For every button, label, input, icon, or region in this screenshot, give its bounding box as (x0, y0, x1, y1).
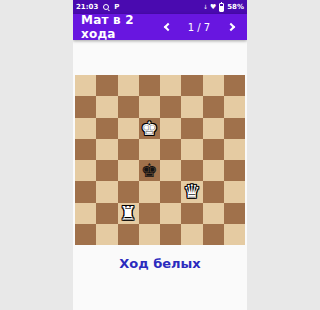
square-f6[interactable] (181, 118, 202, 139)
square-g3[interactable] (203, 181, 224, 202)
square-f5[interactable] (181, 139, 202, 160)
square-a7[interactable] (75, 96, 96, 117)
heart-icon: ♥ (210, 3, 216, 11)
app-screen: 21:03 Р ↓ ♥ 58% Мат в 2 хода 1 / 7 ♚♚♛♜ … (73, 0, 247, 310)
square-h7[interactable] (224, 96, 245, 117)
square-c5[interactable] (118, 139, 139, 160)
page-title: Мат в 2 хода (81, 13, 159, 41)
ruble-notification-icon: Р (114, 3, 119, 11)
battery-percent: 58% (227, 3, 244, 11)
square-g8[interactable] (203, 75, 224, 96)
arrow-icon: ↓ (203, 3, 208, 11)
square-h3[interactable] (224, 181, 245, 202)
square-h4[interactable] (224, 160, 245, 181)
square-a8[interactable] (75, 75, 96, 96)
square-g7[interactable] (203, 96, 224, 117)
square-b6[interactable] (96, 118, 117, 139)
square-c6[interactable] (118, 118, 139, 139)
square-d1[interactable] (139, 224, 160, 245)
square-e3[interactable] (160, 181, 181, 202)
clock: 21:03 (76, 3, 98, 11)
square-e6[interactable] (160, 118, 181, 139)
square-d7[interactable] (139, 96, 160, 117)
square-h2[interactable] (224, 203, 245, 224)
square-e4[interactable] (160, 160, 181, 181)
square-g4[interactable] (203, 160, 224, 181)
chevron-left-icon (163, 23, 171, 31)
square-a2[interactable] (75, 203, 96, 224)
black-king[interactable]: ♚ (141, 160, 158, 181)
square-a5[interactable] (75, 139, 96, 160)
square-a1[interactable] (75, 224, 96, 245)
square-f8[interactable] (181, 75, 202, 96)
square-b2[interactable] (96, 203, 117, 224)
square-f1[interactable] (181, 224, 202, 245)
chess-board: ♚♚♛♜ (75, 75, 245, 245)
square-c1[interactable] (118, 224, 139, 245)
square-f7[interactable] (181, 96, 202, 117)
square-h1[interactable] (224, 224, 245, 245)
square-d4[interactable]: ♚ (139, 160, 160, 181)
square-f2[interactable] (181, 203, 202, 224)
square-g5[interactable] (203, 139, 224, 160)
square-g2[interactable] (203, 203, 224, 224)
white-queen[interactable]: ♛ (183, 181, 200, 202)
square-f4[interactable] (181, 160, 202, 181)
next-puzzle-button[interactable] (225, 20, 239, 34)
square-c3[interactable] (118, 181, 139, 202)
square-c7[interactable] (118, 96, 139, 117)
puzzle-navigation: 1 / 7 (159, 20, 239, 34)
square-e7[interactable] (160, 96, 181, 117)
search-icon (102, 3, 110, 11)
square-h8[interactable] (224, 75, 245, 96)
square-a6[interactable] (75, 118, 96, 139)
square-g1[interactable] (203, 224, 224, 245)
app-bar: Мат в 2 хода 1 / 7 (73, 14, 247, 40)
puzzle-counter: 1 / 7 (187, 22, 211, 33)
square-d3[interactable] (139, 181, 160, 202)
status-bar: 21:03 Р ↓ ♥ 58% (73, 0, 247, 14)
white-king[interactable]: ♚ (141, 118, 158, 139)
square-b7[interactable] (96, 96, 117, 117)
square-c4[interactable] (118, 160, 139, 181)
square-b4[interactable] (96, 160, 117, 181)
square-d6[interactable]: ♚ (139, 118, 160, 139)
square-b8[interactable] (96, 75, 117, 96)
square-e5[interactable] (160, 139, 181, 160)
square-a3[interactable] (75, 181, 96, 202)
square-a4[interactable] (75, 160, 96, 181)
square-d8[interactable] (139, 75, 160, 96)
board-area: ♚♚♛♜ Ход белых (73, 40, 247, 271)
square-b5[interactable] (96, 139, 117, 160)
square-f3[interactable]: ♛ (181, 181, 202, 202)
prev-puzzle-button[interactable] (159, 20, 173, 34)
square-h6[interactable] (224, 118, 245, 139)
battery-icon (219, 3, 224, 12)
white-rook[interactable]: ♜ (120, 203, 137, 224)
turn-indicator: Ход белых (73, 256, 247, 271)
square-e2[interactable] (160, 203, 181, 224)
square-e8[interactable] (160, 75, 181, 96)
square-c8[interactable] (118, 75, 139, 96)
square-e1[interactable] (160, 224, 181, 245)
square-b1[interactable] (96, 224, 117, 245)
square-g6[interactable] (203, 118, 224, 139)
square-c2[interactable]: ♜ (118, 203, 139, 224)
square-d2[interactable] (139, 203, 160, 224)
square-d5[interactable] (139, 139, 160, 160)
square-h5[interactable] (224, 139, 245, 160)
chevron-right-icon (226, 23, 234, 31)
square-b3[interactable] (96, 181, 117, 202)
